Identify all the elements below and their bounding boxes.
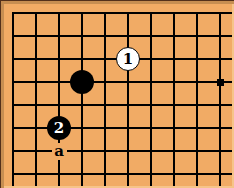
grid-line-vertical (127, 12, 129, 188)
board-frame-edge-top (0, 0, 234, 1)
cut-edge-right (232, 4, 234, 188)
grid-line-vertical (35, 12, 37, 188)
grid-line-vertical (104, 12, 106, 188)
board-frame-top (1, 1, 234, 4)
grid-line-horizontal (12, 173, 234, 175)
grid-line-horizontal (12, 127, 234, 129)
cut-edge-bottom (4, 186, 234, 188)
white-stone-move-1: 1 (116, 47, 140, 71)
grid-line-vertical (58, 12, 60, 188)
grid-line-horizontal (12, 12, 234, 14)
move-number: 1 (123, 52, 133, 67)
go-board: a 12 (0, 0, 234, 188)
grid-line-vertical (196, 12, 198, 188)
grid-line-horizontal (12, 35, 234, 37)
point-label-a: a (52, 143, 67, 160)
grid-line-vertical (81, 12, 83, 188)
grid-line-vertical (173, 12, 175, 188)
grid-line-vertical (12, 12, 14, 188)
grid-line-horizontal (12, 104, 234, 106)
grid-line-vertical (219, 12, 221, 188)
black-stone-move-2: 2 (47, 116, 71, 140)
grid-line-vertical (150, 12, 152, 188)
grid-line-horizontal (12, 150, 234, 152)
black-stone (70, 70, 94, 94)
go-corner-diagram: a 12 (0, 0, 234, 188)
board-frame-edge-left (0, 0, 1, 188)
star-point (217, 79, 224, 86)
grid-line-horizontal (12, 81, 234, 83)
move-number: 2 (54, 121, 64, 136)
board-frame-left (1, 1, 4, 188)
